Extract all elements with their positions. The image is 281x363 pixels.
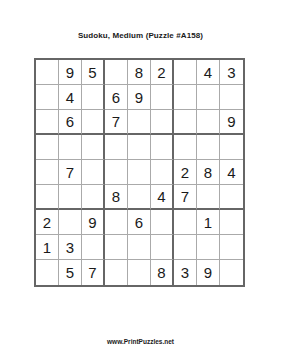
sudoku-cell-r6c5[interactable] bbox=[128, 185, 151, 210]
sudoku-cell-r9c3[interactable]: 7 bbox=[82, 260, 105, 285]
sudoku-cell-r1c6[interactable]: 2 bbox=[151, 60, 174, 85]
sudoku-cell-r6c6[interactable]: 4 bbox=[151, 185, 174, 210]
sudoku-cell-r6c1[interactable] bbox=[36, 185, 59, 210]
sudoku-cell-r5c3[interactable] bbox=[82, 160, 105, 185]
sudoku-cell-r2c1[interactable] bbox=[36, 85, 59, 110]
sudoku-cell-r8c4[interactable] bbox=[105, 235, 128, 260]
sudoku-cell-r6c7[interactable]: 7 bbox=[174, 185, 197, 210]
footer-site-url: www.PrintPuzzles.net bbox=[0, 338, 281, 345]
sudoku-cell-r3c6[interactable] bbox=[151, 110, 174, 135]
sudoku-cell-r5c2[interactable]: 7 bbox=[59, 160, 82, 185]
sudoku-cell-r3c5[interactable] bbox=[128, 110, 151, 135]
sudoku-cell-r4c9[interactable] bbox=[220, 135, 243, 160]
sudoku-cell-r9c6[interactable]: 8 bbox=[151, 260, 174, 285]
sudoku-cell-r5c9[interactable]: 4 bbox=[220, 160, 243, 185]
sudoku-cell-r9c7[interactable]: 3 bbox=[174, 260, 197, 285]
sudoku-cell-r6c8[interactable] bbox=[197, 185, 220, 210]
sudoku-cell-r3c1[interactable] bbox=[36, 110, 59, 135]
sudoku-cell-r1c8[interactable]: 4 bbox=[197, 60, 220, 85]
sudoku-cell-r4c7[interactable] bbox=[174, 135, 197, 160]
sudoku-cell-r1c4[interactable] bbox=[105, 60, 128, 85]
sudoku-cell-r9c1[interactable] bbox=[36, 260, 59, 285]
sudoku-cell-r7c7[interactable] bbox=[174, 210, 197, 235]
sudoku-cell-r7c8[interactable]: 1 bbox=[197, 210, 220, 235]
sudoku-cell-r7c5[interactable]: 6 bbox=[128, 210, 151, 235]
page-title: Sudoku, Medium (Puzzle #A158) bbox=[0, 31, 281, 40]
sudoku-cell-r2c3[interactable] bbox=[82, 85, 105, 110]
sudoku-cell-r5c5[interactable] bbox=[128, 160, 151, 185]
sudoku-cell-r9c4[interactable] bbox=[105, 260, 128, 285]
sudoku-cell-r3c3[interactable] bbox=[82, 110, 105, 135]
sudoku-cell-r2c4[interactable]: 6 bbox=[105, 85, 128, 110]
sudoku-cell-r3c4[interactable]: 7 bbox=[105, 110, 128, 135]
sudoku-grid: 958243469679728484729611357839 bbox=[36, 60, 243, 285]
sudoku-cell-r7c6[interactable] bbox=[151, 210, 174, 235]
sudoku-cell-r8c1[interactable]: 1 bbox=[36, 235, 59, 260]
sudoku-cell-r8c2[interactable]: 3 bbox=[59, 235, 82, 260]
sudoku-cell-r5c4[interactable] bbox=[105, 160, 128, 185]
sudoku-cell-r7c9[interactable] bbox=[220, 210, 243, 235]
sudoku-cell-r7c3[interactable]: 9 bbox=[82, 210, 105, 235]
sudoku-cell-r8c8[interactable] bbox=[197, 235, 220, 260]
sudoku-cell-r4c3[interactable] bbox=[82, 135, 105, 160]
sudoku-cell-r4c6[interactable] bbox=[151, 135, 174, 160]
sudoku-cell-r4c1[interactable] bbox=[36, 135, 59, 160]
sudoku-cell-r7c2[interactable] bbox=[59, 210, 82, 235]
sudoku-cell-r6c9[interactable] bbox=[220, 185, 243, 210]
sudoku-cell-r3c9[interactable]: 9 bbox=[220, 110, 243, 135]
sudoku-cell-r4c8[interactable] bbox=[197, 135, 220, 160]
sudoku-cell-r4c5[interactable] bbox=[128, 135, 151, 160]
sudoku-board: 958243469679728484729611357839 bbox=[34, 58, 245, 287]
sudoku-cell-r5c6[interactable] bbox=[151, 160, 174, 185]
sudoku-cell-r9c8[interactable]: 9 bbox=[197, 260, 220, 285]
sudoku-cell-r6c2[interactable] bbox=[59, 185, 82, 210]
sudoku-cell-r3c8[interactable] bbox=[197, 110, 220, 135]
puzzle-page: Sudoku, Medium (Puzzle #A158) 9582434696… bbox=[0, 0, 281, 363]
sudoku-cell-r2c8[interactable] bbox=[197, 85, 220, 110]
sudoku-cell-r5c7[interactable]: 2 bbox=[174, 160, 197, 185]
sudoku-cell-r6c4[interactable]: 8 bbox=[105, 185, 128, 210]
sudoku-cell-r1c9[interactable]: 3 bbox=[220, 60, 243, 85]
sudoku-cell-r5c1[interactable] bbox=[36, 160, 59, 185]
sudoku-cell-r3c7[interactable] bbox=[174, 110, 197, 135]
sudoku-cell-r1c3[interactable]: 5 bbox=[82, 60, 105, 85]
sudoku-cell-r8c3[interactable] bbox=[82, 235, 105, 260]
sudoku-cell-r2c7[interactable] bbox=[174, 85, 197, 110]
sudoku-cell-r7c1[interactable]: 2 bbox=[36, 210, 59, 235]
sudoku-cell-r1c7[interactable] bbox=[174, 60, 197, 85]
sudoku-cell-r8c9[interactable] bbox=[220, 235, 243, 260]
sudoku-cell-r1c5[interactable]: 8 bbox=[128, 60, 151, 85]
sudoku-cell-r2c9[interactable] bbox=[220, 85, 243, 110]
sudoku-cell-r8c5[interactable] bbox=[128, 235, 151, 260]
sudoku-cell-r9c2[interactable]: 5 bbox=[59, 260, 82, 285]
sudoku-cell-r9c5[interactable] bbox=[128, 260, 151, 285]
sudoku-cell-r8c7[interactable] bbox=[174, 235, 197, 260]
sudoku-cell-r1c2[interactable]: 9 bbox=[59, 60, 82, 85]
sudoku-cell-r2c6[interactable] bbox=[151, 85, 174, 110]
sudoku-cell-r4c2[interactable] bbox=[59, 135, 82, 160]
sudoku-cell-r8c6[interactable] bbox=[151, 235, 174, 260]
sudoku-cell-r1c1[interactable] bbox=[36, 60, 59, 85]
sudoku-cell-r2c2[interactable]: 4 bbox=[59, 85, 82, 110]
sudoku-cell-r2c5[interactable]: 9 bbox=[128, 85, 151, 110]
sudoku-cell-r3c2[interactable]: 6 bbox=[59, 110, 82, 135]
sudoku-cell-r7c4[interactable] bbox=[105, 210, 128, 235]
sudoku-cell-r4c4[interactable] bbox=[105, 135, 128, 160]
sudoku-cell-r6c3[interactable] bbox=[82, 185, 105, 210]
sudoku-cell-r9c9[interactable] bbox=[220, 260, 243, 285]
sudoku-cell-r5c8[interactable]: 8 bbox=[197, 160, 220, 185]
